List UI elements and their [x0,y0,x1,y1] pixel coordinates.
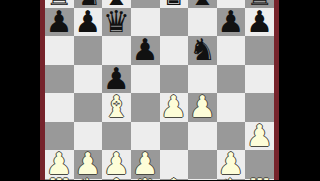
square-a2[interactable]: ♟ [45,150,74,179]
square-d5[interactable] [131,65,160,94]
square-b3[interactable] [74,122,103,151]
square-b5[interactable] [74,65,103,94]
square-g7[interactable]: ♟ [217,8,246,37]
square-a3[interactable] [45,122,74,151]
square-d3[interactable] [131,122,160,151]
square-g5[interactable] [217,65,246,94]
piece-black-pawn-c5: ♟ [103,65,130,94]
square-b1[interactable]: ♞ [74,179,103,181]
square-f8[interactable]: ♝ [188,0,217,8]
square-d7[interactable] [131,8,160,37]
square-f4[interactable]: ♟ [188,93,217,122]
piece-black-pawn-d6: ♟ [132,36,159,65]
square-c2[interactable]: ♟ [102,150,131,179]
square-d2[interactable]: ♟ [131,150,160,179]
piece-black-pawn-a7: ♟ [46,8,73,37]
square-e8[interactable]: ♚ [160,0,189,8]
piece-white-pawn-c2: ♟ [103,150,130,179]
square-d4[interactable] [131,93,160,122]
square-f1[interactable] [188,179,217,181]
square-e1[interactable]: ♚ [160,179,189,181]
piece-black-queen-c7: ♛ [103,8,130,37]
square-c5[interactable]: ♟ [102,65,131,94]
square-h5[interactable] [245,65,274,94]
square-e2[interactable] [160,150,189,179]
piece-black-pawn-h7: ♟ [246,8,273,37]
square-e7[interactable] [160,8,189,37]
piece-white-pawn-b2: ♟ [74,150,101,179]
square-h8[interactable]: ♜ [245,0,274,8]
square-f5[interactable] [188,65,217,94]
square-h1[interactable]: ♜ [245,179,274,181]
square-c7[interactable]: ♛ [102,8,131,37]
piece-white-pawn-g2: ♟ [218,150,245,179]
square-a8[interactable]: ♜ [45,0,74,8]
square-f7[interactable] [188,8,217,37]
square-d1[interactable]: ♛ [131,179,160,181]
square-c1[interactable]: ♝ [102,179,131,181]
piece-white-bishop-c4: ♝ [103,93,130,122]
square-c8[interactable]: ♝ [102,0,131,8]
square-a6[interactable] [45,36,74,65]
square-h3[interactable]: ♟ [245,122,274,151]
square-b6[interactable] [74,36,103,65]
square-f6[interactable]: ♞ [188,36,217,65]
square-c6[interactable] [102,36,131,65]
square-g2[interactable]: ♟ [217,150,246,179]
piece-white-pawn-h3: ♟ [246,122,273,151]
piece-black-pawn-b7: ♟ [74,8,101,37]
square-d6[interactable]: ♟ [131,36,160,65]
square-g1[interactable]: ♞ [217,179,246,181]
square-e6[interactable] [160,36,189,65]
square-c4[interactable]: ♝ [102,93,131,122]
square-h6[interactable] [245,36,274,65]
chess-board: ♜♞♝♚♝♜♟♟♛♟♟♟♞♟♝♟♟♟♟♟♟♟♟♜♞♝♛♚♞♜ [40,0,279,180]
square-a7[interactable]: ♟ [45,8,74,37]
square-b2[interactable]: ♟ [74,150,103,179]
square-g8[interactable] [217,0,246,8]
board-grid: ♜♞♝♚♝♜♟♟♛♟♟♟♞♟♝♟♟♟♟♟♟♟♟♜♞♝♛♚♞♜ [45,0,274,180]
square-g4[interactable] [217,93,246,122]
piece-white-pawn-f4: ♟ [189,93,216,122]
square-e3[interactable] [160,122,189,151]
square-g6[interactable] [217,36,246,65]
square-c3[interactable] [102,122,131,151]
video-frame: ♜♞♝♚♝♜♟♟♛♟♟♟♞♟♝♟♟♟♟♟♟♟♟♜♞♝♛♚♞♜ [0,0,320,180]
square-a5[interactable] [45,65,74,94]
square-b4[interactable] [74,93,103,122]
square-b8[interactable]: ♞ [74,0,103,8]
square-g3[interactable] [217,122,246,151]
piece-white-pawn-a2: ♟ [46,150,73,179]
square-b7[interactable]: ♟ [74,8,103,37]
square-a4[interactable] [45,93,74,122]
square-h7[interactable]: ♟ [245,8,274,37]
square-h2[interactable] [245,150,274,179]
square-e4[interactable]: ♟ [160,93,189,122]
square-a1[interactable]: ♜ [45,179,74,181]
piece-white-pawn-e4: ♟ [160,93,187,122]
piece-black-knight-f6: ♞ [189,36,216,65]
piece-black-pawn-g7: ♟ [218,8,245,37]
square-d8[interactable] [131,0,160,8]
piece-white-pawn-d2: ♟ [132,150,159,179]
square-f3[interactable] [188,122,217,151]
square-h4[interactable] [245,93,274,122]
square-e5[interactable] [160,65,189,94]
square-f2[interactable] [188,150,217,179]
